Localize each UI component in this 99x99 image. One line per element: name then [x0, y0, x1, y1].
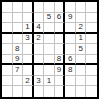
- cell-r2c9-empty[interactable]: [86, 13, 97, 24]
- cell-r7c2-given: 7: [13, 65, 24, 76]
- cell-r5c3-empty[interactable]: [23, 44, 34, 55]
- cell-r1c5-empty[interactable]: [44, 2, 55, 13]
- cell-r7c3-empty[interactable]: [23, 65, 34, 76]
- cell-r9c3-empty[interactable]: [23, 86, 34, 97]
- cell-r1c1-empty[interactable]: [2, 2, 13, 13]
- cell-r3c2-empty[interactable]: [13, 23, 24, 34]
- cell-r6c9-empty[interactable]: [86, 55, 97, 66]
- cell-r4c3-given: 3: [23, 34, 34, 45]
- cell-r5c9-empty[interactable]: [86, 44, 97, 55]
- cell-r1c4-empty[interactable]: [34, 2, 45, 13]
- cell-r8c2-empty[interactable]: [13, 76, 24, 87]
- cell-r8c5-given: 1: [44, 76, 55, 87]
- cell-r9c8-empty[interactable]: [76, 86, 87, 97]
- cell-r4c9-empty[interactable]: [86, 34, 97, 45]
- cell-r3c4-given: 4: [34, 23, 45, 34]
- cell-r7c5-empty[interactable]: [44, 65, 55, 76]
- cell-r9c7-empty[interactable]: [65, 86, 76, 97]
- cell-r7c8-empty[interactable]: [76, 65, 87, 76]
- cell-r8c6-empty[interactable]: [55, 76, 66, 87]
- cell-r3c1-empty[interactable]: [2, 23, 13, 34]
- cell-r6c5-empty[interactable]: [44, 55, 55, 66]
- cell-r2c2-empty[interactable]: [13, 13, 24, 24]
- cell-r3c9-empty[interactable]: [86, 23, 97, 34]
- cell-r7c4-empty[interactable]: [34, 65, 45, 76]
- cell-r1c2-empty[interactable]: [13, 2, 24, 13]
- cell-r1c8-empty[interactable]: [76, 2, 87, 13]
- cell-r6c8-empty[interactable]: [76, 55, 87, 66]
- cell-r7c1-empty[interactable]: [2, 65, 13, 76]
- cell-r3c6-empty[interactable]: [55, 23, 66, 34]
- cell-r8c8-empty[interactable]: [76, 76, 87, 87]
- cell-r5c8-given: 5: [76, 44, 87, 55]
- cell-r9c9-empty[interactable]: [86, 86, 97, 97]
- cell-r6c3-empty[interactable]: [23, 55, 34, 66]
- cell-r1c7-empty[interactable]: [65, 2, 76, 13]
- cell-r7c9-empty[interactable]: [86, 65, 97, 76]
- cell-r4c7-empty[interactable]: [65, 34, 76, 45]
- cell-r3c8-given: 2: [76, 23, 87, 34]
- cell-r8c1-empty[interactable]: [2, 76, 13, 87]
- cell-r2c6-given: 6: [55, 13, 66, 24]
- cell-r4c6-empty[interactable]: [55, 34, 66, 45]
- cell-r7c7-given: 8: [65, 65, 76, 76]
- cell-r6c1-empty[interactable]: [2, 55, 13, 66]
- cell-r2c1-empty[interactable]: [2, 13, 13, 24]
- cell-r1c3-empty[interactable]: [23, 2, 34, 13]
- cell-r1c6-empty[interactable]: [55, 2, 66, 13]
- cell-r8c9-empty[interactable]: [86, 76, 97, 87]
- cell-r5c1-empty[interactable]: [2, 44, 13, 55]
- cell-r5c4-empty[interactable]: [34, 44, 45, 55]
- cell-r9c2-empty[interactable]: [13, 86, 24, 97]
- cell-r9c4-empty[interactable]: [34, 86, 45, 97]
- cell-r8c7-empty[interactable]: [65, 76, 76, 87]
- cell-r9c6-empty[interactable]: [55, 86, 66, 97]
- cell-r6c6-given: 8: [55, 55, 66, 66]
- sudoku-board: 56914232185986798231: [0, 0, 99, 99]
- cell-r4c1-empty[interactable]: [2, 34, 13, 45]
- cell-r3c7-empty[interactable]: [65, 23, 76, 34]
- cell-r8c3-given: 2: [23, 76, 34, 87]
- cell-r4c4-given: 2: [34, 34, 45, 45]
- cell-r3c3-given: 1: [23, 23, 34, 34]
- cell-r8c4-given: 3: [34, 76, 45, 87]
- cell-r9c1-empty[interactable]: [2, 86, 13, 97]
- cell-r4c8-given: 1: [76, 34, 87, 45]
- cell-r6c2-given: 9: [13, 55, 24, 66]
- cell-r7c6-given: 9: [55, 65, 66, 76]
- cell-r1c9-empty[interactable]: [86, 2, 97, 13]
- cell-r4c2-empty[interactable]: [13, 34, 24, 45]
- cell-r3c5-empty[interactable]: [44, 23, 55, 34]
- cell-r2c5-given: 5: [44, 13, 55, 24]
- cell-r4c5-empty[interactable]: [44, 34, 55, 45]
- cell-r9c5-empty[interactable]: [44, 86, 55, 97]
- cell-r6c7-given: 6: [65, 55, 76, 66]
- cell-r6c4-empty[interactable]: [34, 55, 45, 66]
- cell-r2c7-given: 9: [65, 13, 76, 24]
- cell-r5c5-empty[interactable]: [44, 44, 55, 55]
